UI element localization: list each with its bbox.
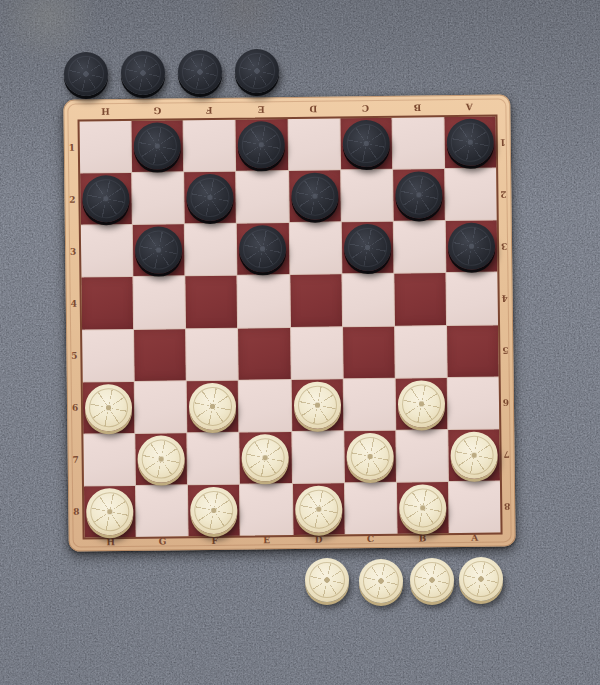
- rank-label-1: 1: [66, 122, 79, 174]
- white-checker[interactable]: ⛀: [410, 558, 454, 602]
- square-F3[interactable]: [185, 224, 237, 276]
- black-checker[interactable]: ⛂: [121, 51, 165, 95]
- square-E1[interactable]: ⛂: [236, 119, 288, 171]
- file-label-E: E: [235, 102, 287, 117]
- file-labels-top: HGFEDCBA: [79, 99, 495, 118]
- black-checker[interactable]: ⛂: [342, 120, 390, 168]
- rank-label-6: 6: [500, 376, 513, 428]
- file-label-B: B: [391, 100, 443, 115]
- square-H8[interactable]: ⛀: [84, 486, 136, 538]
- square-B8[interactable]: ⛀: [397, 482, 449, 534]
- square-E5[interactable]: [238, 327, 290, 379]
- checker-glyph: ⛀: [242, 434, 290, 482]
- checker-glyph: ⛂: [82, 175, 130, 223]
- black-checker[interactable]: ⛂: [343, 224, 391, 272]
- checker-glyph: ⛂: [235, 49, 279, 93]
- checker-glyph: ⛀: [346, 433, 394, 481]
- square-G3[interactable]: ⛂: [133, 225, 185, 277]
- white-checker[interactable]: ⛀: [295, 485, 343, 533]
- square-E8[interactable]: [240, 484, 292, 536]
- square-A6[interactable]: [448, 377, 500, 429]
- checker-glyph: ⛂: [448, 223, 496, 271]
- white-checker[interactable]: ⛀: [346, 433, 394, 481]
- square-G5[interactable]: [134, 329, 186, 381]
- checker-glyph: ⛀: [459, 557, 503, 601]
- checker-glyph: ⛀: [293, 381, 341, 429]
- rank-label-7: 7: [69, 434, 82, 486]
- black-checker[interactable]: ⛂: [135, 227, 183, 275]
- rank-label-4: 4: [498, 272, 511, 324]
- square-E4[interactable]: [238, 275, 290, 327]
- black-checker[interactable]: ⛂: [239, 225, 287, 273]
- square-A2[interactable]: [445, 169, 497, 221]
- rank-label-8: 8: [501, 480, 514, 532]
- rank-label-1: 1: [496, 116, 509, 168]
- square-F4[interactable]: [186, 276, 238, 328]
- square-B6[interactable]: ⛀: [395, 378, 447, 430]
- square-H6[interactable]: ⛀: [83, 382, 135, 434]
- checker-glyph: ⛂: [121, 51, 165, 95]
- checker-glyph: ⛀: [399, 484, 447, 532]
- square-G1[interactable]: ⛂: [132, 120, 184, 172]
- square-B7[interactable]: [396, 430, 448, 482]
- square-A4[interactable]: [446, 273, 498, 325]
- file-label-D: D: [287, 101, 339, 116]
- checker-glyph: ⛂: [64, 52, 108, 96]
- square-H3[interactable]: [81, 225, 133, 277]
- square-C1[interactable]: ⛂: [340, 118, 392, 170]
- black-checker[interactable]: ⛂: [186, 174, 234, 222]
- square-D3[interactable]: [289, 223, 341, 275]
- rank-label-5: 5: [499, 324, 512, 376]
- white-checker[interactable]: ⛀: [305, 558, 349, 602]
- square-G4[interactable]: [134, 277, 186, 329]
- square-D7[interactable]: [292, 431, 344, 483]
- file-label-G: G: [131, 103, 183, 118]
- checker-glyph: ⛀: [305, 558, 349, 602]
- checker-glyph: ⛂: [135, 227, 183, 275]
- checker-glyph: ⛂: [186, 174, 234, 222]
- rank-label-8: 8: [70, 486, 83, 538]
- square-C5[interactable]: [343, 326, 395, 378]
- square-B5[interactable]: [395, 326, 447, 378]
- checker-glyph: ⛀: [295, 485, 343, 533]
- checker-glyph: ⛂: [238, 121, 286, 169]
- checker-glyph: ⛂: [291, 173, 339, 221]
- white-checker[interactable]: ⛀: [398, 380, 446, 428]
- square-B4[interactable]: [394, 273, 446, 325]
- white-checker[interactable]: ⛀: [189, 382, 237, 430]
- checker-glyph: ⛀: [450, 431, 498, 479]
- checker-glyph: ⛀: [189, 382, 237, 430]
- square-B1[interactable]: [392, 117, 444, 169]
- square-H5[interactable]: [82, 329, 134, 381]
- checker-glyph: ⛂: [395, 171, 443, 219]
- black-checker[interactable]: ⛂: [64, 52, 108, 96]
- square-F8[interactable]: ⛀: [188, 484, 240, 536]
- checkers-board: HGFEDCBA HGFEDCBA 12345678 12345678 ⛂⛂⛂⛂…: [63, 94, 515, 551]
- white-checker[interactable]: ⛀: [359, 559, 403, 603]
- white-checker[interactable]: ⛀: [459, 557, 503, 601]
- file-label-A: A: [443, 99, 495, 114]
- square-H7[interactable]: [83, 434, 135, 486]
- square-E2[interactable]: [237, 171, 289, 223]
- square-C3[interactable]: ⛂: [341, 222, 393, 274]
- checker-glyph: ⛀: [410, 558, 454, 602]
- black-checker[interactable]: ⛂: [291, 173, 339, 221]
- square-A1[interactable]: ⛂: [444, 116, 496, 168]
- square-G8[interactable]: [136, 485, 188, 537]
- square-D1[interactable]: [288, 118, 340, 170]
- checker-glyph: ⛂: [343, 224, 391, 272]
- black-checker[interactable]: ⛂: [134, 122, 182, 170]
- checker-glyph: ⛂: [446, 119, 494, 167]
- square-A8[interactable]: [449, 481, 501, 533]
- rank-label-7: 7: [500, 428, 513, 480]
- square-A3[interactable]: ⛂: [446, 221, 498, 273]
- checker-glyph: ⛀: [398, 380, 446, 428]
- white-checker[interactable]: ⛀: [86, 488, 134, 536]
- white-checker[interactable]: ⛀: [450, 431, 498, 479]
- square-C6[interactable]: [343, 378, 395, 430]
- square-F5[interactable]: [186, 328, 238, 380]
- square-A7[interactable]: ⛀: [448, 429, 500, 481]
- white-checker[interactable]: ⛀: [85, 384, 133, 432]
- rank-label-4: 4: [67, 278, 80, 330]
- square-E6[interactable]: [239, 380, 291, 432]
- white-checker[interactable]: ⛀: [190, 487, 238, 535]
- white-checker[interactable]: ⛀: [399, 484, 447, 532]
- checker-glyph: ⛂: [134, 122, 182, 170]
- rank-label-6: 6: [69, 382, 82, 434]
- square-B3[interactable]: [394, 221, 446, 273]
- checker-glyph: ⛂: [178, 50, 222, 94]
- rank-label-3: 3: [67, 226, 80, 278]
- black-checker[interactable]: ⛂: [395, 171, 443, 219]
- checker-glyph: ⛀: [359, 559, 403, 603]
- file-label-F: F: [183, 103, 235, 118]
- square-F1[interactable]: [184, 120, 236, 172]
- square-E3[interactable]: ⛂: [237, 223, 289, 275]
- square-F2[interactable]: ⛂: [184, 172, 236, 224]
- black-checker[interactable]: ⛂: [448, 223, 496, 271]
- square-C4[interactable]: [342, 274, 394, 326]
- checker-glyph: ⛂: [239, 225, 287, 273]
- white-checker[interactable]: ⛀: [138, 435, 186, 483]
- rank-label-3: 3: [498, 220, 511, 272]
- square-H2[interactable]: ⛂: [80, 173, 132, 225]
- square-D8[interactable]: ⛀: [292, 483, 344, 535]
- rank-label-2: 2: [66, 174, 79, 226]
- square-B2[interactable]: ⛂: [393, 169, 445, 221]
- black-checker[interactable]: ⛂: [446, 119, 494, 167]
- square-F7[interactable]: [188, 432, 240, 484]
- black-checker[interactable]: ⛂: [82, 175, 130, 223]
- square-D2[interactable]: ⛂: [289, 170, 341, 222]
- black-checker[interactable]: ⛂: [238, 121, 286, 169]
- square-C8[interactable]: [345, 483, 397, 535]
- rank-label-2: 2: [497, 168, 510, 220]
- square-H1[interactable]: [80, 121, 132, 173]
- checker-glyph: ⛀: [138, 435, 186, 483]
- checker-glyph: ⛀: [86, 488, 134, 536]
- square-D4[interactable]: [290, 275, 342, 327]
- square-F6[interactable]: ⛀: [187, 380, 239, 432]
- file-label-C: C: [339, 101, 391, 116]
- square-A5[interactable]: [447, 325, 499, 377]
- checker-glyph: ⛀: [85, 384, 133, 432]
- square-G6[interactable]: [135, 381, 187, 433]
- square-G2[interactable]: [132, 172, 184, 224]
- square-D5[interactable]: [291, 327, 343, 379]
- black-checker[interactable]: ⛂: [178, 50, 222, 94]
- rank-label-5: 5: [68, 330, 81, 382]
- checker-glyph: ⛂: [342, 120, 390, 168]
- checker-glyph: ⛀: [190, 487, 238, 535]
- white-checker[interactable]: ⛀: [242, 434, 290, 482]
- square-D6[interactable]: ⛀: [291, 379, 343, 431]
- square-C7[interactable]: ⛀: [344, 430, 396, 482]
- square-G7[interactable]: ⛀: [135, 433, 187, 485]
- square-C2[interactable]: [341, 170, 393, 222]
- square-H4[interactable]: [81, 277, 133, 329]
- board-grid: ⛂⛂⛂⛂⛂⛂⛂⛂⛂⛂⛂⛂⛀⛀⛀⛀⛀⛀⛀⛀⛀⛀⛀⛀: [80, 116, 501, 537]
- file-label-H: H: [79, 104, 131, 119]
- black-checker[interactable]: ⛂: [235, 49, 279, 93]
- white-checker[interactable]: ⛀: [293, 381, 341, 429]
- square-E7[interactable]: ⛀: [240, 432, 292, 484]
